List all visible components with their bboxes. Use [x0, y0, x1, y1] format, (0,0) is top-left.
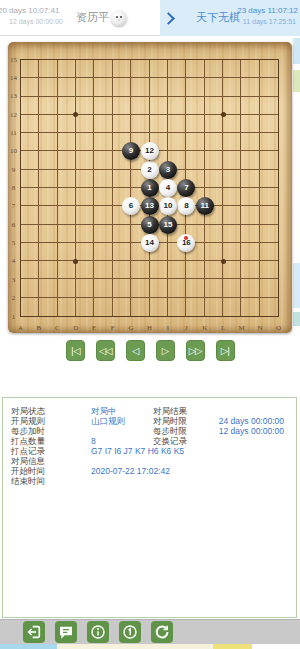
grid-cell: [260, 170, 278, 188]
grid-cell: [94, 298, 112, 316]
grid-cell: [186, 97, 204, 115]
stone-white-move-2-H9: 2: [141, 161, 159, 179]
grid-cell: [168, 78, 186, 96]
grid-cell: [21, 151, 39, 169]
move-number-icon: [122, 624, 138, 640]
column-label-I: I: [163, 324, 172, 332]
grid-cell: [113, 97, 131, 115]
grid-cell: [241, 243, 259, 261]
stone-black-move-13-H7: 13: [141, 197, 159, 215]
grid-cell: [94, 279, 112, 297]
row-label-15: 15: [9, 56, 18, 64]
star-point-L12: [221, 112, 226, 117]
bottom-strip: [0, 644, 57, 649]
grid-cell: [94, 60, 112, 78]
stone-black-move-1-H8: 1: [141, 179, 159, 197]
grid-cell: [58, 188, 76, 206]
grid-cell: [76, 243, 94, 261]
grid-cell: [205, 170, 223, 188]
row-label-8: 8: [9, 184, 18, 192]
grid-cell: [58, 78, 76, 96]
stone-number: 5: [141, 216, 159, 234]
stone-white-move-8-J7: 8: [177, 197, 195, 215]
row-label-4: 4: [9, 257, 18, 265]
grid-cell: [260, 261, 278, 279]
right-player-name: 天下无棋: [196, 10, 240, 25]
grid-cell: [241, 188, 259, 206]
grid-cell: [94, 115, 112, 133]
column-label-E: E: [90, 324, 99, 332]
row-label-11: 11: [9, 129, 18, 137]
grid-cell: [241, 151, 259, 169]
grid-cell: [241, 78, 259, 96]
info-row: 打点数量8交换记录: [3, 436, 296, 446]
grid-cell: [39, 188, 57, 206]
row-label-6: 6: [9, 221, 18, 229]
grid-cell: [150, 261, 168, 279]
grid-cell: [260, 78, 278, 96]
info-label: 每步加时: [11, 426, 45, 436]
info-row: 开局规则山口规则对局时限24 days 00:00:00: [3, 416, 296, 426]
column-label-O: O: [274, 324, 283, 332]
grid-cell: [58, 133, 76, 151]
gomoku-board[interactable]: 151413121110987654321ABCDEFGHIJKLMNO1234…: [8, 42, 292, 333]
grid-cell: [39, 60, 57, 78]
grid-cell: [223, 261, 241, 279]
chat-icon: [58, 624, 74, 640]
info-label: 对局时限: [153, 416, 187, 426]
grid-cell: [39, 170, 57, 188]
grid-cell: [205, 225, 223, 243]
grid-cell: [223, 151, 241, 169]
stone-white-move-10-I7: 10: [159, 197, 177, 215]
info-label: 结束时间: [11, 476, 45, 486]
grid-cell: [94, 151, 112, 169]
grid-cell: [241, 298, 259, 316]
grid-cell: [260, 206, 278, 224]
grid-cell: [223, 243, 241, 261]
step-back-button[interactable]: ◁: [126, 340, 145, 361]
grid-cell: [150, 298, 168, 316]
right-edge-peek: [293, 312, 300, 326]
grid-cell: [260, 188, 278, 206]
grid-cell: [113, 279, 131, 297]
left-player-time-sub: 12 days 00:00:00: [9, 18, 63, 25]
info-label: 对局结果: [153, 406, 187, 416]
column-label-K: K: [200, 324, 209, 332]
column-label-L: L: [219, 324, 228, 332]
info-value: G7 I7 I6 J7 K7 H6 K6 K5: [91, 446, 184, 456]
grid-cell: [39, 115, 57, 133]
stone-black-move-15-I6: 15: [159, 216, 177, 234]
exit-icon: [26, 624, 42, 640]
grid-cell: [223, 170, 241, 188]
stone-number: 4: [159, 179, 177, 197]
grid-cell: [113, 170, 131, 188]
column-label-C: C: [53, 324, 62, 332]
move-number-button[interactable]: [119, 621, 141, 643]
grid-cell: [260, 298, 278, 316]
info-value: 12 days 00:00:00: [219, 426, 284, 436]
stone-number: 14: [141, 234, 159, 252]
grid-cell: [260, 243, 278, 261]
column-label-A: A: [16, 324, 25, 332]
grid-cell: [241, 60, 259, 78]
grid-cell: [223, 78, 241, 96]
grid-cell: [21, 170, 39, 188]
grid-cell: [186, 298, 204, 316]
grid-cell: [21, 225, 39, 243]
grid-cell: [76, 188, 94, 206]
grid-cell: [150, 78, 168, 96]
grid-cell: [58, 298, 76, 316]
grid-cell: [76, 60, 94, 78]
column-label-N: N: [256, 324, 265, 332]
row-label-7: 7: [9, 202, 18, 210]
grid-cell: [58, 261, 76, 279]
stone-black-move-3-I9: 3: [159, 161, 177, 179]
grid-cell: [21, 279, 39, 297]
info-label: 打点记录: [11, 446, 45, 456]
go-end-button[interactable]: ▷|: [216, 340, 235, 361]
stone-number: 13: [141, 197, 159, 215]
stone-number: 6: [122, 197, 140, 215]
grid-cell: [39, 243, 57, 261]
grid-cell: [21, 133, 39, 151]
grid-cell: [168, 60, 186, 78]
grid-cell: [168, 261, 186, 279]
grid-cell: [223, 97, 241, 115]
stone-black-move-11-K7: 11: [196, 197, 214, 215]
stone-white-move-16-J5: 16: [177, 234, 195, 252]
grid-cell: [58, 60, 76, 78]
grid-cell: [39, 261, 57, 279]
row-label-1: 1: [9, 313, 18, 321]
stone-number: 12: [141, 142, 159, 160]
grid-cell: [131, 261, 149, 279]
grid-cell: [260, 279, 278, 297]
grid-cell: [186, 60, 204, 78]
grid-cell: [260, 151, 278, 169]
grid-cell: [260, 60, 278, 78]
grid-cell: [186, 261, 204, 279]
info-row: 每步加时每步时限12 days 00:00:00: [3, 426, 296, 436]
grid-cell: [39, 225, 57, 243]
info-label: 对局状态: [11, 406, 45, 416]
stone-number: 9: [122, 142, 140, 160]
grid-cell: [58, 225, 76, 243]
grid-cell: [113, 261, 131, 279]
grid-cell: [223, 206, 241, 224]
grid-cell: [241, 206, 259, 224]
info-label: 开始时间: [11, 466, 45, 476]
info-value: 对局中: [91, 406, 117, 416]
column-label-G: G: [127, 324, 136, 332]
info-row: 对局信息: [3, 456, 296, 466]
info-value: 24 days 00:00:00: [219, 416, 284, 426]
grid-cell: [186, 151, 204, 169]
grid-cell: [186, 78, 204, 96]
grid-cell: [223, 279, 241, 297]
info-label: 打点数量: [11, 436, 45, 446]
stone-number: 3: [159, 161, 177, 179]
stone-black-move-7-J8: 7: [177, 179, 195, 197]
row-label-9: 9: [9, 166, 18, 174]
grid-cell: [21, 60, 39, 78]
stone-black-move-5-H6: 5: [141, 216, 159, 234]
stone-black-move-9-G10: 9: [122, 142, 140, 160]
stone-number: 8: [177, 197, 195, 215]
grid-cell: [150, 115, 168, 133]
info-label: 对局信息: [11, 456, 45, 466]
grid-cell: [39, 78, 57, 96]
info-label: 交换记录: [153, 436, 187, 446]
grid-cell: [241, 115, 259, 133]
stone-white-move-6-G7: 6: [122, 197, 140, 215]
grid-cell: [168, 133, 186, 151]
grid-cell: [21, 261, 39, 279]
info-label: 开局规则: [11, 416, 45, 426]
grid-cell: [150, 279, 168, 297]
grid-cell: [94, 225, 112, 243]
row-label-2: 2: [9, 294, 18, 302]
grid-cell: [76, 151, 94, 169]
grid-cell: [39, 97, 57, 115]
grid-cell: [260, 133, 278, 151]
stone-number: 10: [159, 197, 177, 215]
grid-cell: [205, 151, 223, 169]
grid-cell: [21, 115, 39, 133]
grid-cell: [39, 298, 57, 316]
grid-cell: [76, 206, 94, 224]
grid-cell: [168, 97, 186, 115]
grid-cell: [76, 298, 94, 316]
grid-cell: [58, 279, 76, 297]
stone-white-move-14-H5: 14: [141, 234, 159, 252]
info-value: 8: [91, 436, 96, 446]
exit-button[interactable]: [23, 621, 45, 643]
column-label-D: D: [71, 324, 80, 332]
grid-cell: [94, 206, 112, 224]
game-info-panel: 对局状态对局中对局结果开局规则山口规则对局时限24 days 00:00:00每…: [2, 397, 297, 618]
grid-cell: [94, 133, 112, 151]
grid-cell: [186, 279, 204, 297]
right-edge-peek: [293, 70, 300, 92]
column-label-H: H: [145, 324, 154, 332]
right-player-time-main: 23 days 11:07:12: [237, 6, 298, 15]
grid-cell: [39, 133, 57, 151]
grid-cell: [223, 188, 241, 206]
grid-cell: [241, 97, 259, 115]
grid-cell: [168, 115, 186, 133]
grid-cell: [223, 298, 241, 316]
grid-cell: [21, 206, 39, 224]
stone-number: 7: [177, 179, 195, 197]
info-icon: [90, 624, 106, 640]
info-row: 开始时间2020-07-22 17:02:42: [3, 466, 296, 476]
grid-cell: [205, 243, 223, 261]
grid-cell: [76, 225, 94, 243]
right-edge-peek: [293, 263, 300, 308]
grid-cell: [113, 225, 131, 243]
grid-cell: [205, 97, 223, 115]
grid-cell: [131, 60, 149, 78]
grid-cell: [131, 115, 149, 133]
stone-white-move-4-I8: 4: [159, 179, 177, 197]
grid-cell: [76, 133, 94, 151]
white-stone-avatar-icon: [111, 10, 127, 26]
chat-button[interactable]: [55, 621, 77, 643]
grid-cell: [186, 133, 204, 151]
right-player-time-sub: 11 days 17:25:51: [243, 18, 296, 25]
info-label: 每步时限: [153, 426, 187, 436]
row-label-14: 14: [9, 74, 18, 82]
bottom-strip: [57, 644, 213, 649]
grid-cell: [205, 133, 223, 151]
stone-number: 15: [159, 216, 177, 234]
grid-cell: [205, 279, 223, 297]
grid-cell: [113, 115, 131, 133]
stone-number: 1: [141, 179, 159, 197]
info-value: 2020-07-22 17:02:42: [91, 466, 170, 476]
grid-cell: [168, 298, 186, 316]
fast-forward-button[interactable]: ▷▷: [186, 340, 205, 361]
grid-cell: [39, 206, 57, 224]
grid-cell: [94, 243, 112, 261]
grid-cell: [150, 60, 168, 78]
top-bar: 20 days 10:07:41 12 days 00:00:00 资历平 天下…: [0, 0, 300, 36]
grid-cell: [241, 170, 259, 188]
go-start-button[interactable]: |◁: [66, 340, 85, 361]
row-label-10: 10: [9, 147, 18, 155]
column-label-F: F: [108, 324, 117, 332]
info-row: 结束时间: [3, 476, 296, 486]
grid-cell: [223, 60, 241, 78]
grid-cell: [223, 133, 241, 151]
grid-cell: [76, 97, 94, 115]
star-point-L4: [221, 259, 226, 264]
grid-cell: [260, 115, 278, 133]
grid-cell: [241, 133, 259, 151]
grid-cell: [21, 298, 39, 316]
column-label-B: B: [34, 324, 43, 332]
refresh-button[interactable]: [151, 621, 173, 643]
row-label-12: 12: [9, 111, 18, 119]
grid-cell: [94, 188, 112, 206]
grid-cell: [205, 298, 223, 316]
fast-back-button[interactable]: ◁◁: [96, 340, 115, 361]
grid-cell: [76, 170, 94, 188]
grid-cell: [205, 78, 223, 96]
grid-cell: [223, 225, 241, 243]
grid-cell: [168, 279, 186, 297]
grid-cell: [21, 78, 39, 96]
grid-cell: [131, 298, 149, 316]
grid-cell: [205, 60, 223, 78]
grid-cell: [131, 97, 149, 115]
grid-cell: [113, 60, 131, 78]
stone-white-move-12-H10: 12: [141, 142, 159, 160]
info-value: 山口规则: [91, 416, 125, 426]
grid-cell: [131, 279, 149, 297]
grid-cell: [113, 298, 131, 316]
grid-cell: [21, 243, 39, 261]
grid-cell: [76, 261, 94, 279]
grid-cell: [186, 115, 204, 133]
step-forward-button[interactable]: ▷: [156, 340, 175, 361]
bottom-strip: [252, 644, 300, 649]
gomoku-app: 20 days 10:07:41 12 days 00:00:00 资历平 天下…: [0, 0, 300, 649]
row-label-3: 3: [9, 276, 18, 284]
left-player-name: 资历平: [76, 10, 109, 25]
grid-cell: [58, 170, 76, 188]
grid-cell: [94, 78, 112, 96]
grid-cell: [131, 78, 149, 96]
bottom-toolbar: [0, 619, 300, 644]
grid-cell: [21, 188, 39, 206]
grid-cell: [113, 78, 131, 96]
refresh-icon: [154, 624, 170, 640]
grid-cell: [260, 225, 278, 243]
grid-cell: [113, 243, 131, 261]
grid-cell: [241, 225, 259, 243]
info-button[interactable]: [87, 621, 109, 643]
grid-cell: [260, 97, 278, 115]
grid-cell: [58, 206, 76, 224]
info-row: 对局状态对局中对局结果: [3, 406, 296, 416]
grid-cell: [94, 261, 112, 279]
stone-number: 2: [141, 161, 159, 179]
avatar-face: [116, 16, 118, 18]
grid-cell: [76, 279, 94, 297]
grid-cell: [76, 115, 94, 133]
info-row: 打点记录G7 I7 I6 J7 K7 H6 K6 K5: [3, 446, 296, 456]
grid-cell: [76, 78, 94, 96]
column-label-J: J: [182, 324, 191, 332]
grid-cell: [241, 279, 259, 297]
grid-cell: [58, 115, 76, 133]
row-label-5: 5: [9, 239, 18, 247]
grid-cell: [94, 170, 112, 188]
move-navigation: |◁◁◁◁▷▷▷▷|: [0, 340, 300, 361]
right-edge-peek: [293, 38, 300, 64]
column-label-M: M: [237, 324, 246, 332]
stone-number: 11: [196, 197, 214, 215]
grid-cell: [94, 97, 112, 115]
grid-cell: [205, 261, 223, 279]
grid-cell: [241, 261, 259, 279]
left-player-time-main: 20 days 10:07:41: [0, 6, 59, 15]
grid-cell: [205, 115, 223, 133]
grid-cell: [21, 97, 39, 115]
row-label-13: 13: [9, 92, 18, 100]
bottom-strip: [213, 644, 252, 649]
grid-cell: [150, 97, 168, 115]
grid-cell: [58, 151, 76, 169]
grid-cell: [39, 279, 57, 297]
grid-cell: [39, 151, 57, 169]
grid-cell: [223, 115, 241, 133]
